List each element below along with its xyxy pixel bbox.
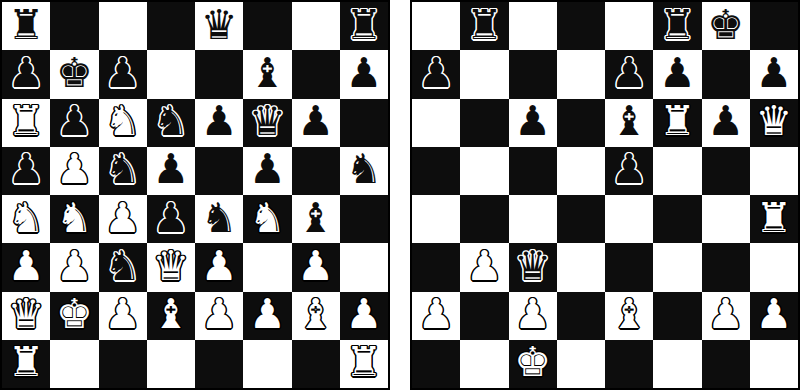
- square-f2: [653, 292, 701, 340]
- square-f7: ♟: [653, 50, 701, 98]
- black-rook-icon: ♜: [8, 5, 45, 46]
- square-e7: ♟: [605, 50, 653, 98]
- square-g2: ♝: [292, 292, 340, 340]
- white-bishop-icon: ♝: [152, 294, 189, 335]
- square-b1: [50, 340, 98, 388]
- white-king-icon: ♚: [514, 342, 551, 383]
- white-rook-icon: ♜: [659, 101, 696, 142]
- square-c8: [509, 2, 557, 50]
- square-f5: [653, 147, 701, 195]
- square-f5: ♟: [243, 147, 291, 195]
- square-d6: [557, 99, 605, 147]
- square-c2: ♟: [99, 292, 147, 340]
- square-b3: ♟: [50, 243, 98, 291]
- white-pawn-icon: ♟: [56, 246, 93, 287]
- black-rook-icon: ♜: [345, 5, 382, 46]
- black-pawn-icon: ♟: [611, 149, 648, 190]
- square-f1: [653, 340, 701, 388]
- square-a6: [412, 99, 460, 147]
- square-h7: ♟: [340, 50, 388, 98]
- square-d6: ♞: [147, 99, 195, 147]
- square-a8: ♜: [2, 2, 50, 50]
- square-h6: ♛: [750, 99, 798, 147]
- square-f8: [243, 2, 291, 50]
- black-pawn-icon: ♟: [659, 53, 696, 94]
- square-g3: [702, 243, 750, 291]
- square-d1: [557, 340, 605, 388]
- black-pawn-icon: ♟: [104, 53, 141, 94]
- square-d2: ♝: [147, 292, 195, 340]
- square-e7: [195, 50, 243, 98]
- square-g8: ♚: [702, 2, 750, 50]
- square-a5: ♟: [2, 147, 50, 195]
- square-a7: ♟: [412, 50, 460, 98]
- square-e2: ♝: [605, 292, 653, 340]
- white-rook-icon: ♜: [755, 198, 792, 239]
- square-g1: [292, 340, 340, 388]
- black-queen-icon: ♛: [514, 246, 551, 287]
- square-g5: [292, 147, 340, 195]
- square-c5: ♞: [99, 147, 147, 195]
- square-c3: ♛: [509, 243, 557, 291]
- square-h2: ♟: [750, 292, 798, 340]
- square-a1: [412, 340, 460, 388]
- black-knight-icon: ♞: [104, 246, 141, 287]
- black-knight-icon: ♞: [104, 149, 141, 190]
- square-e8: [605, 2, 653, 50]
- square-c7: ♟: [99, 50, 147, 98]
- black-queen-icon: ♛: [249, 101, 286, 142]
- white-rook-icon: ♜: [8, 342, 45, 383]
- black-knight-icon: ♞: [345, 149, 382, 190]
- square-f4: [653, 195, 701, 243]
- white-knight-icon: ♞: [249, 198, 286, 239]
- square-a5: [412, 147, 460, 195]
- black-queen-icon: ♛: [201, 5, 238, 46]
- square-b3: ♟: [460, 243, 508, 291]
- square-f7: ♝: [243, 50, 291, 98]
- square-e1: [605, 340, 653, 388]
- square-c6: ♟: [509, 99, 557, 147]
- black-king-icon: ♚: [707, 5, 744, 46]
- square-h8: ♜: [340, 2, 388, 50]
- black-king-icon: ♚: [56, 53, 93, 94]
- square-h4: ♜: [750, 195, 798, 243]
- square-b8: ♜: [460, 2, 508, 50]
- square-c5: [509, 147, 557, 195]
- black-knight-icon: ♞: [152, 101, 189, 142]
- square-a3: [412, 243, 460, 291]
- square-b2: [460, 292, 508, 340]
- black-pawn-icon: ♟: [152, 198, 189, 239]
- white-pawn-icon: ♟: [466, 246, 503, 287]
- square-c6: ♞: [99, 99, 147, 147]
- square-g4: [702, 195, 750, 243]
- square-a6: ♜: [2, 99, 50, 147]
- square-g6: ♟: [702, 99, 750, 147]
- black-pawn-icon: ♟: [297, 101, 334, 142]
- white-bishop-icon: ♝: [297, 294, 334, 335]
- white-pawn-icon: ♟: [755, 294, 792, 335]
- square-b5: [460, 147, 508, 195]
- right-board: ♜♜♚♟♟♟♟♟♝♜♟♛♟♜♟♛♟♟♝♟♟♚: [410, 0, 800, 390]
- square-a2: ♟: [412, 292, 460, 340]
- square-d8: [147, 2, 195, 50]
- square-e2: ♟: [195, 292, 243, 340]
- white-pawn-icon: ♟: [345, 294, 382, 335]
- square-d5: [557, 147, 605, 195]
- white-pawn-icon: ♟: [418, 294, 455, 335]
- square-h5: ♞: [340, 147, 388, 195]
- square-d3: [557, 243, 605, 291]
- square-e4: ♞: [195, 195, 243, 243]
- square-a1: ♜: [2, 340, 50, 388]
- white-pawn-icon: ♟: [8, 246, 45, 287]
- square-h1: ♜: [340, 340, 388, 388]
- black-bishop-icon: ♝: [249, 53, 286, 94]
- square-a8: [412, 2, 460, 50]
- white-queen-icon: ♛: [755, 101, 792, 142]
- black-pawn-icon: ♟: [755, 53, 792, 94]
- square-f3: [243, 243, 291, 291]
- white-rook-icon: ♜: [8, 101, 45, 142]
- left-board: ♜♛♜♟♚♟♝♟♜♟♞♞♟♛♟♟♟♞♟♟♞♞♞♟♟♞♞♝♟♟♞♛♟♟♛♚♟♝♟♟…: [0, 0, 390, 390]
- square-f6: ♛: [243, 99, 291, 147]
- white-pawn-icon: ♟: [297, 246, 334, 287]
- square-d1: [147, 340, 195, 388]
- square-e3: [605, 243, 653, 291]
- square-c7: [509, 50, 557, 98]
- square-c1: ♚: [509, 340, 557, 388]
- square-h4: [340, 195, 388, 243]
- black-pawn-icon: ♟: [514, 101, 551, 142]
- square-e4: [605, 195, 653, 243]
- white-bishop-icon: ♝: [611, 294, 648, 335]
- square-g6: ♟: [292, 99, 340, 147]
- square-h1: [750, 340, 798, 388]
- square-b7: ♚: [50, 50, 98, 98]
- square-b8: [50, 2, 98, 50]
- square-h7: ♟: [750, 50, 798, 98]
- square-b4: ♞: [50, 195, 98, 243]
- square-g3: ♟: [292, 243, 340, 291]
- square-a4: ♞: [2, 195, 50, 243]
- square-f3: [653, 243, 701, 291]
- white-pawn-icon: ♟: [104, 198, 141, 239]
- square-a3: ♟: [2, 243, 50, 291]
- white-knight-icon: ♞: [8, 198, 45, 239]
- square-e6: ♝: [605, 99, 653, 147]
- black-pawn-icon: ♟: [611, 53, 648, 94]
- square-b1: [460, 340, 508, 388]
- black-pawn-icon: ♟: [56, 101, 93, 142]
- black-pawn-icon: ♟: [8, 149, 45, 190]
- square-e3: ♟: [195, 243, 243, 291]
- square-e6: ♟: [195, 99, 243, 147]
- square-h2: ♟: [340, 292, 388, 340]
- white-queen-icon: ♛: [8, 294, 45, 335]
- square-h8: [750, 2, 798, 50]
- white-pawn-icon: ♟: [201, 294, 238, 335]
- black-knight-icon: ♞: [201, 198, 238, 239]
- square-a2: ♛: [2, 292, 50, 340]
- white-pawn-icon: ♟: [514, 294, 551, 335]
- square-d8: [557, 2, 605, 50]
- square-d7: [557, 50, 605, 98]
- square-f1: [243, 340, 291, 388]
- white-knight-icon: ♞: [56, 198, 93, 239]
- square-f4: ♞: [243, 195, 291, 243]
- black-pawn-icon: ♟: [418, 53, 455, 94]
- white-pawn-icon: ♟: [201, 246, 238, 287]
- square-g7: [292, 50, 340, 98]
- square-c4: [509, 195, 557, 243]
- square-g2: ♟: [702, 292, 750, 340]
- square-g4: ♝: [292, 195, 340, 243]
- square-c1: [99, 340, 147, 388]
- square-e1: [195, 340, 243, 388]
- black-pawn-icon: ♟: [201, 101, 238, 142]
- white-pawn-icon: ♟: [249, 294, 286, 335]
- square-h3: [340, 243, 388, 291]
- white-queen-icon: ♛: [152, 246, 189, 287]
- black-pawn-icon: ♟: [8, 53, 45, 94]
- square-b7: [460, 50, 508, 98]
- white-knight-icon: ♞: [104, 101, 141, 142]
- black-rook-icon: ♜: [659, 5, 696, 46]
- square-h3: [750, 243, 798, 291]
- square-c2: ♟: [509, 292, 557, 340]
- square-d4: [557, 195, 605, 243]
- square-b2: ♚: [50, 292, 98, 340]
- square-f2: ♟: [243, 292, 291, 340]
- square-d2: [557, 292, 605, 340]
- square-a7: ♟: [2, 50, 50, 98]
- square-d3: ♛: [147, 243, 195, 291]
- black-pawn-icon: ♟: [249, 149, 286, 190]
- square-c4: ♟: [99, 195, 147, 243]
- square-b6: [460, 99, 508, 147]
- square-d4: ♟: [147, 195, 195, 243]
- square-h5: [750, 147, 798, 195]
- square-h6: [340, 99, 388, 147]
- square-b4: [460, 195, 508, 243]
- black-bishop-icon: ♝: [297, 198, 334, 239]
- square-g7: [702, 50, 750, 98]
- square-e5: [195, 147, 243, 195]
- white-pawn-icon: ♟: [104, 294, 141, 335]
- white-rook-icon: ♜: [345, 342, 382, 383]
- white-king-icon: ♚: [56, 294, 93, 335]
- square-f6: ♜: [653, 99, 701, 147]
- square-c8: [99, 2, 147, 50]
- black-pawn-icon: ♟: [707, 101, 744, 142]
- black-rook-icon: ♜: [466, 5, 503, 46]
- square-g5: [702, 147, 750, 195]
- square-f8: ♜: [653, 2, 701, 50]
- square-a4: [412, 195, 460, 243]
- square-b6: ♟: [50, 99, 98, 147]
- black-pawn-icon: ♟: [345, 53, 382, 94]
- square-d5: ♟: [147, 147, 195, 195]
- square-c3: ♞: [99, 243, 147, 291]
- square-e5: ♟: [605, 147, 653, 195]
- black-bishop-icon: ♝: [611, 101, 648, 142]
- square-e8: ♛: [195, 2, 243, 50]
- square-d7: [147, 50, 195, 98]
- black-pawn-icon: ♟: [152, 149, 189, 190]
- square-g8: [292, 2, 340, 50]
- chess-diagrams: ♜♛♜♟♚♟♝♟♜♟♞♞♟♛♟♟♟♞♟♟♞♞♞♟♟♞♞♝♟♟♞♛♟♟♛♚♟♝♟♟…: [0, 0, 800, 390]
- white-pawn-icon: ♟: [707, 294, 744, 335]
- square-b5: ♟: [50, 147, 98, 195]
- white-pawn-icon: ♟: [56, 149, 93, 190]
- square-g1: [702, 340, 750, 388]
